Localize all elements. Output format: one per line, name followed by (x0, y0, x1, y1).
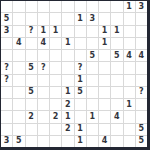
cell-r9c4[interactable] (38, 99, 49, 110)
cell-r1c3[interactable] (26, 1, 37, 12)
cell-r11c9[interactable] (99, 124, 110, 135)
cell-r5c5[interactable] (50, 50, 61, 61)
cell-r3c11[interactable] (124, 26, 135, 37)
cell-r1c2[interactable] (13, 1, 24, 12)
cell-r12c2-clue-5[interactable]: 5 (13, 136, 24, 147)
cell-r7c2[interactable] (13, 75, 24, 86)
cell-r2c2[interactable] (13, 13, 24, 24)
cell-r3c9-clue-1[interactable]: 1 (99, 26, 110, 37)
cell-r8c9[interactable] (99, 87, 110, 98)
cell-r10c4[interactable] (38, 111, 49, 122)
cell-r5c2[interactable] (13, 50, 24, 61)
cell-r2c10[interactable] (111, 13, 122, 24)
cell-r2c4[interactable] (38, 13, 49, 24)
cell-r12c1-clue-3[interactable]: 3 (1, 136, 12, 147)
cell-r2c1-clue-5[interactable]: 5 (1, 13, 12, 24)
cell-r7c6[interactable] (62, 75, 73, 86)
cell-r1c7[interactable] (75, 1, 86, 12)
cell-r3c12[interactable] (136, 26, 147, 37)
cell-r1c8[interactable] (87, 1, 98, 12)
cell-r10c1[interactable] (1, 111, 12, 122)
cell-r4c10[interactable] (111, 38, 122, 49)
cell-r5c3[interactable] (26, 50, 37, 61)
cell-r2c7-clue-1[interactable]: 1 (75, 13, 86, 24)
cell-r2c11[interactable] (124, 13, 135, 24)
cell-r9c5[interactable] (50, 99, 61, 110)
cell-r2c5[interactable] (50, 13, 61, 24)
cell-r12c3[interactable] (26, 136, 37, 147)
cell-r7c9[interactable] (99, 75, 110, 86)
cell-r1c1[interactable] (1, 1, 12, 12)
cell-r9c8[interactable] (87, 99, 98, 110)
cell-r10c9[interactable] (99, 111, 110, 122)
cell-r11c2[interactable] (13, 124, 24, 135)
cell-r12c8[interactable] (87, 136, 98, 147)
cell-r12c5[interactable] (50, 136, 61, 147)
cell-r1c12-clue-3[interactable]: 3 (136, 1, 147, 12)
cell-r6c2[interactable] (13, 62, 24, 73)
cell-r8c3-clue-5[interactable]: 5 (26, 87, 37, 98)
cell-r4c1[interactable] (1, 38, 12, 49)
cell-r10c7[interactable] (75, 111, 86, 122)
cell-r9c9[interactable] (99, 99, 110, 110)
cell-r5c11-clue-4[interactable]: 4 (124, 50, 135, 61)
cell-r6c4-clue-?[interactable]: ? (38, 62, 49, 73)
cell-r4c12[interactable] (136, 38, 147, 49)
cell-r10c2[interactable] (13, 111, 24, 122)
cell-r6c8[interactable] (87, 62, 98, 73)
cell-r2c12[interactable] (136, 13, 147, 24)
cell-r3c2[interactable] (13, 26, 24, 37)
cell-r11c3[interactable] (26, 124, 37, 135)
cell-r6c3-clue-5[interactable]: 5 (26, 62, 37, 73)
cell-r7c4[interactable] (38, 75, 49, 86)
cell-r11c7-clue-1[interactable]: 1 (75, 124, 86, 135)
cell-r2c8-clue-3[interactable]: 3 (87, 13, 98, 24)
cell-r3c5-clue-1[interactable]: 1 (50, 26, 61, 37)
cell-r5c9[interactable] (99, 50, 110, 61)
cell-r8c5[interactable] (50, 87, 61, 98)
cell-r3c4-clue-1[interactable]: 1 (38, 26, 49, 37)
cell-r4c6-clue-1[interactable]: 1 (62, 38, 73, 49)
cell-r4c11[interactable] (124, 38, 135, 49)
cell-r4c2-clue-4[interactable]: 4 (13, 38, 24, 49)
cell-r1c11-clue-1[interactable]: 1 (124, 1, 135, 12)
minesweeper-board: 135133?111144115544?5???1515?21221142153… (0, 0, 150, 150)
cell-r11c12-clue-5[interactable]: 5 (136, 124, 147, 135)
cell-r9c7[interactable] (75, 99, 86, 110)
cell-r3c1-clue-3[interactable]: 3 (1, 26, 12, 37)
cell-r4c9-clue-1[interactable]: 1 (99, 38, 110, 49)
cell-r11c8[interactable] (87, 124, 98, 135)
cell-r6c12[interactable] (136, 62, 147, 73)
cell-r7c10[interactable] (111, 75, 122, 86)
cell-r12c12-clue-5[interactable]: 5 (136, 136, 147, 147)
cell-r7c5[interactable] (50, 75, 61, 86)
cell-r12c4[interactable] (38, 136, 49, 147)
cell-r8c8[interactable] (87, 87, 98, 98)
cell-r4c8[interactable] (87, 38, 98, 49)
cell-r9c1[interactable] (1, 99, 12, 110)
cell-r8c4[interactable] (38, 87, 49, 98)
cell-r12c9-clue-4[interactable]: 4 (99, 136, 110, 147)
cell-r2c6[interactable] (62, 13, 73, 24)
cell-r7c3[interactable] (26, 75, 37, 86)
cell-r6c5[interactable] (50, 62, 61, 73)
cell-r7c12[interactable] (136, 75, 147, 86)
cell-r11c5[interactable] (50, 124, 61, 135)
cell-r1c6[interactable] (62, 1, 73, 12)
cell-r10c3-clue-2[interactable]: 2 (26, 111, 37, 122)
cell-r11c6-clue-2[interactable]: 2 (62, 124, 73, 135)
cell-r5c6[interactable] (62, 50, 73, 61)
cell-r6c7-clue-?[interactable]: ? (75, 62, 86, 73)
cell-r6c11[interactable] (124, 62, 135, 73)
cell-r8c7-clue-5[interactable]: 5 (75, 87, 86, 98)
cell-r9c6-clue-2[interactable]: 2 (62, 99, 73, 110)
cell-r8c11[interactable] (124, 87, 135, 98)
cell-r3c3-clue-?[interactable]: ? (26, 26, 37, 37)
cell-r1c10[interactable] (111, 1, 122, 12)
cell-r3c6[interactable] (62, 26, 73, 37)
cell-r6c10[interactable] (111, 62, 122, 73)
cell-r8c1[interactable] (1, 87, 12, 98)
cell-r5c1[interactable] (1, 50, 12, 61)
cell-r8c12-clue-?[interactable]: ? (136, 87, 147, 98)
cell-r7c7-clue-1[interactable]: 1 (75, 75, 86, 86)
cell-r10c10-clue-4[interactable]: 4 (111, 111, 122, 122)
cell-r12c6[interactable] (62, 136, 73, 147)
cell-r8c2[interactable] (13, 87, 24, 98)
cell-r9c2[interactable] (13, 99, 24, 110)
cell-r3c10-clue-1[interactable]: 1 (111, 26, 122, 37)
cell-r11c10[interactable] (111, 124, 122, 135)
cell-r5c10-clue-5[interactable]: 5 (111, 50, 122, 61)
cell-r5c8-clue-5[interactable]: 5 (87, 50, 98, 61)
cell-r12c7-clue-1[interactable]: 1 (75, 136, 86, 147)
cell-r5c7[interactable] (75, 50, 86, 61)
cell-r10c6-clue-1[interactable]: 1 (62, 111, 73, 122)
cell-r9c11-clue-1[interactable]: 1 (124, 99, 135, 110)
cell-r7c8[interactable] (87, 75, 98, 86)
cell-r4c3[interactable] (26, 38, 37, 49)
cell-r6c9[interactable] (99, 62, 110, 73)
cell-r7c1-clue-?[interactable]: ? (1, 75, 12, 86)
cell-r10c12[interactable] (136, 111, 147, 122)
cell-r9c3[interactable] (26, 99, 37, 110)
cell-r9c10[interactable] (111, 99, 122, 110)
cell-r11c4[interactable] (38, 124, 49, 135)
cell-r6c1-clue-?[interactable]: ? (1, 62, 12, 73)
cell-r8c10[interactable] (111, 87, 122, 98)
cell-r4c4-clue-4[interactable]: 4 (38, 38, 49, 49)
cell-r7c11[interactable] (124, 75, 135, 86)
cell-r1c5[interactable] (50, 1, 61, 12)
cell-r5c4[interactable] (38, 50, 49, 61)
cell-r8c6-clue-1[interactable]: 1 (62, 87, 73, 98)
cell-r3c7[interactable] (75, 26, 86, 37)
cell-r11c11[interactable] (124, 124, 135, 135)
cell-r11c1[interactable] (1, 124, 12, 135)
cell-r12c11[interactable] (124, 136, 135, 147)
cell-r10c11[interactable] (124, 111, 135, 122)
cell-r12c10[interactable] (111, 136, 122, 147)
cell-r1c9[interactable] (99, 1, 110, 12)
cell-r4c7[interactable] (75, 38, 86, 49)
cell-r10c5-clue-2[interactable]: 2 (50, 111, 61, 122)
cell-r1c4[interactable] (38, 1, 49, 12)
cell-r2c3[interactable] (26, 13, 37, 24)
cell-r10c8-clue-1[interactable]: 1 (87, 111, 98, 122)
cell-r6c6[interactable] (62, 62, 73, 73)
cell-r3c8[interactable] (87, 26, 98, 37)
cell-r2c9[interactable] (99, 13, 110, 24)
cell-r5c12-clue-4[interactable]: 4 (136, 50, 147, 61)
cell-r4c5[interactable] (50, 38, 61, 49)
cell-r9c12[interactable] (136, 99, 147, 110)
